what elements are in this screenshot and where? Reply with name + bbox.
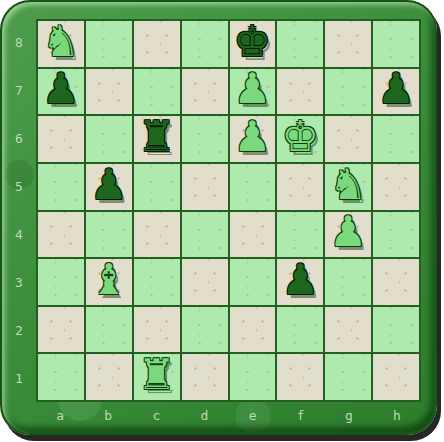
square-h2[interactable]: [373, 307, 419, 353]
square-c5[interactable]: [134, 164, 180, 210]
square-g8[interactable]: [325, 21, 371, 67]
piece-white-king[interactable]: ♚: [281, 116, 319, 158]
square-f8[interactable]: [277, 21, 323, 67]
piece-white-pawn[interactable]: ♟: [234, 116, 272, 158]
square-f1[interactable]: [277, 354, 323, 400]
square-d1[interactable]: [182, 354, 228, 400]
rank-label-8: 8: [2, 19, 36, 67]
square-g7[interactable]: [325, 69, 371, 115]
square-a6[interactable]: [38, 116, 84, 162]
piece-white-pawn[interactable]: ♟: [329, 212, 367, 254]
square-g4[interactable]: ♟: [325, 212, 371, 258]
square-e7[interactable]: ♟: [230, 69, 276, 115]
square-a5[interactable]: [38, 164, 84, 210]
square-e8[interactable]: ♚: [230, 21, 276, 67]
piece-black-pawn[interactable]: ♟: [42, 69, 80, 111]
square-g6[interactable]: [325, 116, 371, 162]
square-a8[interactable]: ♞: [38, 21, 84, 67]
square-a7[interactable]: ♟: [38, 69, 84, 115]
piece-white-knight[interactable]: ♞: [329, 164, 367, 206]
square-c3[interactable]: [134, 259, 180, 305]
square-d7[interactable]: [182, 69, 228, 115]
square-h4[interactable]: [373, 212, 419, 258]
piece-black-pawn[interactable]: ♟: [281, 259, 319, 301]
square-c6[interactable]: ♜: [134, 116, 180, 162]
square-h7[interactable]: ♟: [373, 69, 419, 115]
square-d2[interactable]: [182, 307, 228, 353]
square-a1[interactable]: [38, 354, 84, 400]
square-c8[interactable]: [134, 21, 180, 67]
square-h8[interactable]: [373, 21, 419, 67]
square-e5[interactable]: [230, 164, 276, 210]
piece-white-pawn[interactable]: ♟: [234, 69, 272, 111]
file-label-c: c: [132, 402, 180, 429]
rank-label-4: 4: [2, 211, 36, 259]
square-c7[interactable]: [134, 69, 180, 115]
square-g5[interactable]: ♞: [325, 164, 371, 210]
square-a3[interactable]: [38, 259, 84, 305]
square-h3[interactable]: [373, 259, 419, 305]
square-c2[interactable]: [134, 307, 180, 353]
square-b2[interactable]: [86, 307, 132, 353]
square-d3[interactable]: [182, 259, 228, 305]
piece-black-rook[interactable]: ♜: [138, 116, 176, 158]
rank-label-3: 3: [2, 258, 36, 306]
square-b4[interactable]: [86, 212, 132, 258]
file-label-a: a: [36, 402, 84, 429]
square-b7[interactable]: [86, 69, 132, 115]
square-g1[interactable]: [325, 354, 371, 400]
square-d6[interactable]: [182, 116, 228, 162]
square-e4[interactable]: [230, 212, 276, 258]
board-frame: 87654321 ♞♚♟♟♟♜♟♚♟♞♟♝♟♜ abcdefgh: [0, 0, 437, 435]
square-c1[interactable]: ♜: [134, 354, 180, 400]
piece-white-knight[interactable]: ♞: [42, 21, 80, 63]
square-b6[interactable]: [86, 116, 132, 162]
square-b5[interactable]: ♟: [86, 164, 132, 210]
square-e6[interactable]: ♟: [230, 116, 276, 162]
square-c4[interactable]: [134, 212, 180, 258]
square-h1[interactable]: [373, 354, 419, 400]
square-g3[interactable]: [325, 259, 371, 305]
square-f3[interactable]: ♟: [277, 259, 323, 305]
rank-labels: 87654321: [2, 19, 36, 402]
square-g2[interactable]: [325, 307, 371, 353]
piece-white-bishop[interactable]: ♝: [90, 259, 128, 301]
piece-black-king[interactable]: ♚: [234, 21, 272, 63]
square-e2[interactable]: [230, 307, 276, 353]
board: ♞♚♟♟♟♜♟♚♟♞♟♝♟♜: [36, 19, 421, 402]
square-a2[interactable]: [38, 307, 84, 353]
square-d4[interactable]: [182, 212, 228, 258]
square-h6[interactable]: [373, 116, 419, 162]
file-label-g: g: [325, 402, 373, 429]
file-label-e: e: [229, 402, 277, 429]
square-f5[interactable]: [277, 164, 323, 210]
piece-black-pawn[interactable]: ♟: [377, 69, 415, 111]
square-f6[interactable]: ♚: [277, 116, 323, 162]
file-labels: abcdefgh: [36, 402, 421, 429]
rank-label-5: 5: [2, 163, 36, 211]
square-f2[interactable]: [277, 307, 323, 353]
file-label-d: d: [180, 402, 228, 429]
square-e1[interactable]: [230, 354, 276, 400]
square-b1[interactable]: [86, 354, 132, 400]
rank-label-2: 2: [2, 306, 36, 354]
piece-white-rook[interactable]: ♜: [138, 354, 176, 396]
square-a4[interactable]: [38, 212, 84, 258]
square-f7[interactable]: [277, 69, 323, 115]
file-label-f: f: [277, 402, 325, 429]
square-e3[interactable]: [230, 259, 276, 305]
square-d8[interactable]: [182, 21, 228, 67]
rank-label-6: 6: [2, 115, 36, 163]
file-label-b: b: [84, 402, 132, 429]
square-d5[interactable]: [182, 164, 228, 210]
square-b8[interactable]: [86, 21, 132, 67]
piece-black-pawn[interactable]: ♟: [90, 164, 128, 206]
square-b3[interactable]: ♝: [86, 259, 132, 305]
square-h5[interactable]: [373, 164, 419, 210]
square-f4[interactable]: [277, 212, 323, 258]
file-label-h: h: [373, 402, 421, 429]
rank-label-1: 1: [2, 354, 36, 402]
rank-label-7: 7: [2, 67, 36, 115]
